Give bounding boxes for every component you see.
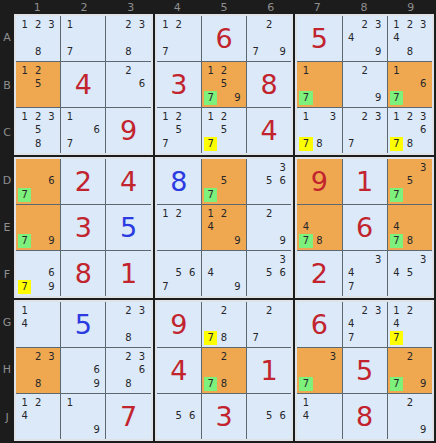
- candidate-slot-1: [249, 304, 262, 318]
- column-label-9: 9: [387, 0, 434, 14]
- candidate-slot-7: [159, 234, 172, 248]
- candidate-slot-5: 5: [263, 267, 276, 281]
- candidate-slot-8: [313, 377, 326, 391]
- candidate-slot-2: 2: [263, 207, 276, 221]
- candidate-slot-2: [313, 350, 326, 364]
- candidate-slot-5: [31, 364, 44, 378]
- candidate-slot-7: [249, 423, 262, 437]
- cell-G5[interactable]: 278: [202, 302, 246, 347]
- candidate-slot-8: [358, 45, 371, 59]
- cell-F1[interactable]: 679: [16, 251, 60, 296]
- candidate-slot-2: 2: [217, 350, 230, 364]
- cell-F3[interactable]: 1: [106, 251, 150, 296]
- cell-E4[interactable]: 12: [157, 205, 201, 250]
- cell-H7[interactable]: 37: [297, 348, 341, 393]
- cell-A8[interactable]: 2349: [343, 16, 387, 61]
- cell-F8[interactable]: 347: [343, 251, 387, 296]
- candidate-slot-5: 5: [217, 124, 230, 138]
- box-7: 145238238692368124197: [14, 300, 153, 441]
- row-label-E: E: [0, 204, 14, 251]
- box-4: 6724793567981: [14, 157, 153, 298]
- candidate-slot-7: 7: [345, 331, 358, 345]
- cell-J6[interactable]: 56: [247, 394, 291, 439]
- candidate-slot-8: [217, 280, 230, 294]
- candidate-slot-2: 2: [403, 18, 416, 32]
- candidate-slot-7: [299, 423, 312, 437]
- candidate-slot-3: [45, 253, 58, 267]
- candidate-slot-9: [185, 234, 198, 248]
- candidate-slot-1: [204, 161, 217, 175]
- candidate-slot-4: 4: [18, 318, 31, 332]
- candidate-slot-3: [276, 18, 289, 32]
- candidate-slot-9: [45, 45, 58, 59]
- cell-B5[interactable]: 12579: [202, 62, 246, 107]
- solved-digit: 1: [247, 348, 291, 393]
- candidate-slot-8: [403, 280, 416, 294]
- cell-E7[interactable]: 478: [297, 205, 341, 250]
- candidate-slot-2: 2: [31, 64, 44, 78]
- solved-digit: 8: [343, 394, 387, 439]
- column-labels: 123456789: [14, 0, 434, 14]
- solved-digit: 2: [61, 159, 105, 204]
- cell-D2[interactable]: 2: [61, 159, 105, 204]
- candidate-slot-5: [77, 32, 90, 46]
- candidate-slot-4: 4: [345, 318, 358, 332]
- candidate-slot-2: 2: [31, 350, 44, 364]
- candidate-slot-2: [172, 396, 185, 410]
- cell-G9[interactable]: 1247: [388, 302, 432, 347]
- candidate-slot-2: 2: [403, 350, 416, 364]
- cell-B8[interactable]: 29: [343, 62, 387, 107]
- candidate-slot-2: [403, 207, 416, 221]
- candidate-slot-9: [276, 188, 289, 202]
- candidate-slot-6: [45, 364, 58, 378]
- candidate-slot-1: [18, 253, 31, 267]
- candidate-slot-2: 2: [122, 18, 135, 32]
- cell-H4[interactable]: 4: [157, 348, 201, 393]
- candidate-slot-2: [77, 110, 90, 124]
- cell-C2[interactable]: 167: [61, 108, 105, 153]
- candidate-slot-3: [90, 350, 103, 364]
- candidate-slot-6: [231, 221, 244, 235]
- candidate-slot-4: [18, 221, 31, 235]
- candidate-slot-5: [77, 124, 90, 138]
- candidate-slot-4: [390, 364, 403, 378]
- candidate-slot-1: 1: [159, 110, 172, 124]
- candidate-slot-3: 3: [135, 350, 148, 364]
- cell-E9[interactable]: 478: [388, 205, 432, 250]
- candidate-slot-7: [249, 188, 262, 202]
- candidate-slot-3: [231, 110, 244, 124]
- box-5: 8573561212492956749356: [155, 157, 294, 298]
- cell-A4[interactable]: 127: [157, 16, 201, 61]
- candidate-slot-9: 9: [90, 377, 103, 391]
- solved-digit: 9: [106, 108, 150, 153]
- cell-C5[interactable]: 1257: [202, 108, 246, 153]
- candidate-slot-5: [31, 175, 44, 189]
- candidate-slot-1: 1: [159, 18, 172, 32]
- candidate-slot-7: 7: [390, 91, 403, 105]
- cell-B2[interactable]: 4: [61, 62, 105, 107]
- candidate-slot-2: [313, 207, 326, 221]
- candidate-slot-6: 6: [185, 267, 198, 281]
- candidate-slot-2: [263, 396, 276, 410]
- candidate-slot-6: [326, 124, 339, 138]
- candidate-slot-5: [77, 410, 90, 424]
- candidate-slot-5: [313, 410, 326, 424]
- candidate-slot-4: 4: [390, 32, 403, 46]
- row-label-J: J: [0, 394, 14, 441]
- candidate-slot-3: [90, 110, 103, 124]
- solved-digit: 2: [297, 251, 341, 296]
- candidate-slot-1: 1: [390, 18, 403, 32]
- candidate-slot-7: 7: [299, 234, 312, 248]
- box-9: 62347124737527914829: [295, 300, 434, 441]
- box-2: 12762793125798125712574: [155, 14, 294, 155]
- cell-G6[interactable]: 27: [247, 302, 291, 347]
- candidate-slot-1: 1: [204, 207, 217, 221]
- candidate-slot-6: [45, 124, 58, 138]
- candidate-slot-2: [313, 110, 326, 124]
- candidate-slot-9: [45, 91, 58, 105]
- cell-E1[interactable]: 79: [16, 205, 60, 250]
- cell-D9[interactable]: 357: [388, 159, 432, 204]
- candidate-slot-6: [45, 410, 58, 424]
- solved-digit: 6: [202, 16, 246, 61]
- candidate-slot-3: 3: [371, 253, 384, 267]
- candidate-slot-9: [326, 377, 339, 391]
- candidate-slot-8: [31, 423, 44, 437]
- candidate-slot-6: [135, 318, 148, 332]
- candidate-slot-8: [77, 45, 90, 59]
- candidate-slot-3: [45, 64, 58, 78]
- cell-J9[interactable]: 29: [388, 394, 432, 439]
- cell-D1[interactable]: 67: [16, 159, 60, 204]
- candidate-slot-3: [417, 396, 430, 410]
- candidate-slot-7: 7: [204, 377, 217, 391]
- candidate-slot-8: 8: [403, 234, 416, 248]
- candidate-slot-6: [45, 318, 58, 332]
- candidate-slot-3: [185, 18, 198, 32]
- candidate-slot-1: [249, 396, 262, 410]
- cell-B7[interactable]: 17: [297, 62, 341, 107]
- candidate-slot-6: 6: [45, 175, 58, 189]
- cell-J1[interactable]: 124: [16, 394, 60, 439]
- box-8: 9278274278156356: [155, 300, 294, 441]
- cell-C7[interactable]: 1378: [297, 108, 341, 153]
- box-6: 9135747864782347345: [295, 157, 434, 298]
- candidate-slot-7: [204, 280, 217, 294]
- candidate-slot-2: 2: [358, 18, 371, 32]
- candidate-slot-4: [249, 318, 262, 332]
- candidate-slot-3: [231, 350, 244, 364]
- solved-digit: 5: [106, 205, 150, 250]
- row-label-C: C: [0, 109, 14, 156]
- cell-A6[interactable]: 279: [247, 16, 291, 61]
- cell-F9[interactable]: 345: [388, 251, 432, 296]
- candidate-slot-1: [108, 64, 121, 78]
- candidate-slot-9: 9: [276, 45, 289, 59]
- cell-D4[interactable]: 8: [157, 159, 201, 204]
- candidate-slot-3: [185, 207, 198, 221]
- candidate-slot-5: [313, 221, 326, 235]
- candidate-slot-1: [249, 253, 262, 267]
- cell-J4[interactable]: 56: [157, 394, 201, 439]
- candidate-slot-1: [249, 18, 262, 32]
- cell-E2[interactable]: 3: [61, 205, 105, 250]
- candidate-slot-7: 7: [159, 45, 172, 59]
- cell-C4[interactable]: 1257: [157, 108, 201, 153]
- cell-B6[interactable]: 8: [247, 62, 291, 107]
- cell-H1[interactable]: 238: [16, 348, 60, 393]
- candidate-slot-7: 7: [390, 377, 403, 391]
- candidate-slot-1: [390, 161, 403, 175]
- candidate-slot-9: [45, 137, 58, 151]
- candidate-slot-5: [313, 364, 326, 378]
- candidate-slot-3: 3: [371, 304, 384, 318]
- cell-D7[interactable]: 9: [297, 159, 341, 204]
- cell-G8[interactable]: 2347: [343, 302, 387, 347]
- candidate-slot-5: [31, 318, 44, 332]
- candidate-slot-7: [390, 423, 403, 437]
- cell-F5[interactable]: 49: [202, 251, 246, 296]
- candidate-slot-1: [390, 207, 403, 221]
- candidate-slot-5: [263, 318, 276, 332]
- cell-B4[interactable]: 3: [157, 62, 201, 107]
- candidate-slot-3: [371, 64, 384, 78]
- candidate-slot-1: [108, 18, 121, 32]
- candidate-slot-5: 5: [403, 267, 416, 281]
- cell-H6[interactable]: 1: [247, 348, 291, 393]
- candidate-slot-2: [217, 161, 230, 175]
- candidate-slot-3: [231, 161, 244, 175]
- row-labels: ABCDEFGHJ: [0, 14, 14, 441]
- cell-E3[interactable]: 5: [106, 205, 150, 250]
- candidate-slot-7: 7: [390, 234, 403, 248]
- cell-E6[interactable]: 29: [247, 205, 291, 250]
- candidate-slot-4: 4: [390, 221, 403, 235]
- candidate-slot-2: [358, 253, 371, 267]
- cell-F6[interactable]: 356: [247, 251, 291, 296]
- candidate-slot-1: [345, 110, 358, 124]
- candidate-slot-2: 2: [263, 304, 276, 318]
- cell-E5[interactable]: 1249: [202, 205, 246, 250]
- cell-D8[interactable]: 1: [343, 159, 387, 204]
- candidate-slot-2: [31, 304, 44, 318]
- candidate-slot-8: [403, 331, 416, 345]
- candidate-slot-6: [90, 32, 103, 46]
- candidate-slot-9: [417, 91, 430, 105]
- candidate-slot-7: 7: [159, 280, 172, 294]
- cell-J3[interactable]: 7: [106, 394, 150, 439]
- cell-H9[interactable]: 279: [388, 348, 432, 393]
- candidate-slot-1: 1: [390, 110, 403, 124]
- candidate-slot-8: 8: [313, 137, 326, 151]
- candidate-slot-3: [90, 18, 103, 32]
- column-label-1: 1: [14, 0, 61, 14]
- cell-G2[interactable]: 5: [61, 302, 105, 347]
- candidate-slot-3: 3: [417, 161, 430, 175]
- candidate-slot-9: [276, 423, 289, 437]
- candidate-slot-1: [63, 350, 76, 364]
- candidate-slot-4: 4: [204, 267, 217, 281]
- cell-D5[interactable]: 57: [202, 159, 246, 204]
- candidate-slot-3: [45, 304, 58, 318]
- candidate-slot-4: [390, 124, 403, 138]
- cell-C9[interactable]: 123678: [388, 108, 432, 153]
- candidate-slot-7: 7: [390, 137, 403, 151]
- candidate-slot-1: 1: [299, 110, 312, 124]
- candidate-slot-9: [135, 45, 148, 59]
- column-label-5: 5: [201, 0, 248, 14]
- cell-C8[interactable]: 237: [343, 108, 387, 153]
- candidate-slot-4: [249, 410, 262, 424]
- candidate-slot-8: 8: [31, 377, 44, 391]
- candidate-slot-1: [159, 253, 172, 267]
- candidate-slot-7: 7: [18, 234, 31, 248]
- candidate-slot-3: [326, 396, 339, 410]
- cell-J7[interactable]: 14: [297, 394, 341, 439]
- candidate-slot-6: [371, 318, 384, 332]
- candidate-slot-5: [358, 318, 371, 332]
- cell-C3[interactable]: 9: [106, 108, 150, 153]
- candidate-slot-1: 1: [204, 110, 217, 124]
- cell-F2[interactable]: 8: [61, 251, 105, 296]
- candidate-slot-7: [18, 45, 31, 59]
- candidate-slot-2: [313, 396, 326, 410]
- candidate-slot-1: [390, 396, 403, 410]
- candidate-slot-9: [45, 188, 58, 202]
- candidate-slot-8: [313, 91, 326, 105]
- candidate-slot-9: [231, 188, 244, 202]
- cell-C6[interactable]: 4: [247, 108, 291, 153]
- cell-J8[interactable]: 8: [343, 394, 387, 439]
- cell-J2[interactable]: 19: [61, 394, 105, 439]
- cell-J5[interactable]: 3: [202, 394, 246, 439]
- row-label-G: G: [0, 299, 14, 346]
- solved-digit: 6: [297, 302, 341, 347]
- cell-A5[interactable]: 6: [202, 16, 246, 61]
- candidate-slot-3: [231, 304, 244, 318]
- candidate-slot-6: [276, 318, 289, 332]
- candidate-slot-1: 1: [299, 64, 312, 78]
- candidate-slot-5: [358, 124, 371, 138]
- cell-G4[interactable]: 9: [157, 302, 201, 347]
- row-label-A: A: [0, 14, 14, 61]
- candidate-slot-9: [417, 234, 430, 248]
- candidate-slot-7: 7: [345, 280, 358, 294]
- cell-E8[interactable]: 6: [343, 205, 387, 250]
- candidate-slot-7: [345, 91, 358, 105]
- candidate-slot-8: [358, 137, 371, 151]
- candidate-slot-8: [172, 137, 185, 151]
- candidate-slot-3: [326, 207, 339, 221]
- candidate-slot-8: 8: [217, 377, 230, 391]
- cell-H5[interactable]: 278: [202, 348, 246, 393]
- candidate-slot-5: 5: [263, 410, 276, 424]
- cell-G7[interactable]: 6: [297, 302, 341, 347]
- candidate-slot-8: [31, 331, 44, 345]
- candidate-slot-7: 7: [249, 331, 262, 345]
- cell-H3[interactable]: 2368: [106, 348, 150, 393]
- candidate-slot-7: [18, 423, 31, 437]
- candidate-slot-9: 9: [45, 280, 58, 294]
- candidate-slot-6: [90, 410, 103, 424]
- candidate-slot-6: [417, 318, 430, 332]
- candidate-slot-5: [172, 32, 185, 46]
- cell-H8[interactable]: 5: [343, 348, 387, 393]
- candidate-slot-6: [371, 78, 384, 92]
- candidate-slot-4: [204, 364, 217, 378]
- cell-G3[interactable]: 238: [106, 302, 150, 347]
- candidate-slot-7: 7: [390, 188, 403, 202]
- candidate-slot-8: [122, 91, 135, 105]
- candidate-slot-7: 7: [204, 331, 217, 345]
- candidate-slot-1: 1: [18, 64, 31, 78]
- candidate-slot-5: [122, 78, 135, 92]
- candidate-slot-6: [371, 32, 384, 46]
- candidate-slot-5: 5: [31, 124, 44, 138]
- cell-B3[interactable]: 26: [106, 62, 150, 107]
- candidate-slot-7: [108, 45, 121, 59]
- candidate-slot-6: 6: [417, 78, 430, 92]
- cell-H2[interactable]: 69: [61, 348, 105, 393]
- candidate-slot-4: 4: [299, 410, 312, 424]
- candidate-slot-4: [108, 318, 121, 332]
- candidate-slot-6: [417, 32, 430, 46]
- cell-A2[interactable]: 17: [61, 16, 105, 61]
- candidate-slot-4: [204, 78, 217, 92]
- candidate-slot-1: 1: [63, 396, 76, 410]
- candidate-slot-4: [345, 78, 358, 92]
- solved-digit: 4: [157, 348, 201, 393]
- candidate-slot-5: [31, 410, 44, 424]
- cell-D3[interactable]: 4: [106, 159, 150, 204]
- candidate-slot-6: [231, 267, 244, 281]
- candidate-slot-6: [231, 318, 244, 332]
- cell-B9[interactable]: 167: [388, 62, 432, 107]
- candidate-slot-1: [345, 18, 358, 32]
- cell-A3[interactable]: 238: [106, 16, 150, 61]
- candidate-slot-5: 5: [263, 175, 276, 189]
- candidate-slot-9: [135, 377, 148, 391]
- candidate-slot-3: [276, 396, 289, 410]
- candidate-slot-7: [108, 91, 121, 105]
- candidate-slot-6: [417, 410, 430, 424]
- candidate-slot-3: [326, 64, 339, 78]
- candidate-slot-8: [263, 280, 276, 294]
- cell-G1[interactable]: 14: [16, 302, 60, 347]
- cell-B1[interactable]: 125: [16, 62, 60, 107]
- cell-F7[interactable]: 2: [297, 251, 341, 296]
- cell-C1[interactable]: 12358: [16, 108, 60, 153]
- candidate-slot-9: [45, 331, 58, 345]
- column-label-2: 2: [61, 0, 108, 14]
- cell-F4[interactable]: 567: [157, 251, 201, 296]
- cell-A1[interactable]: 1238: [16, 16, 60, 61]
- candidate-slot-2: 2: [122, 350, 135, 364]
- cell-A7[interactable]: 5: [297, 16, 341, 61]
- candidate-slot-9: 9: [45, 234, 58, 248]
- candidate-slot-4: [18, 78, 31, 92]
- candidate-slot-6: [326, 221, 339, 235]
- cell-D6[interactable]: 356: [247, 159, 291, 204]
- candidate-slot-9: [326, 91, 339, 105]
- cell-A9[interactable]: 12348: [388, 16, 432, 61]
- candidate-slot-5: 5: [31, 78, 44, 92]
- candidate-slot-7: 7: [18, 280, 31, 294]
- candidate-slot-2: [403, 161, 416, 175]
